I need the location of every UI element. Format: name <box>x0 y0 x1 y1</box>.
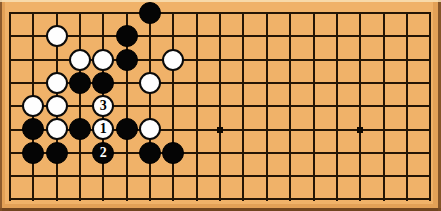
black-stone <box>139 2 161 24</box>
intersection-c19-r2[interactable] <box>419 25 441 48</box>
intersection-c9-r4[interactable] <box>185 71 208 94</box>
black-stone <box>69 118 91 140</box>
intersection-c19-r3[interactable] <box>419 48 441 71</box>
black-stone <box>116 118 138 140</box>
intersection-c5-r7[interactable]: 2 <box>92 141 115 164</box>
intersection-c9-r9[interactable] <box>185 188 208 211</box>
intersection-c4-r3[interactable] <box>68 48 91 71</box>
intersection-c8-r6[interactable] <box>162 118 185 141</box>
intersection-c5-r4[interactable] <box>92 71 115 94</box>
black-stone <box>162 142 184 164</box>
intersection-c10-r6[interactable] <box>208 118 231 141</box>
intersection-c16-r2[interactable] <box>348 25 371 48</box>
intersection-c16-r1[interactable] <box>348 1 371 24</box>
intersection-c2-r1[interactable] <box>22 1 45 24</box>
intersection-c12-r7[interactable] <box>255 141 278 164</box>
intersection-c7-r1[interactable] <box>138 1 161 24</box>
intersection-c4-r1[interactable] <box>68 1 91 24</box>
intersection-c8-r5[interactable] <box>162 95 185 118</box>
intersection-c16-r5[interactable] <box>348 95 371 118</box>
intersection-c12-r1[interactable] <box>255 1 278 24</box>
intersection-c4-r8[interactable] <box>68 164 91 187</box>
intersection-c4-r2[interactable] <box>68 25 91 48</box>
intersection-c13-r4[interactable] <box>278 71 301 94</box>
intersection-c15-r8[interactable] <box>325 164 348 187</box>
intersection-c7-r6[interactable] <box>138 118 161 141</box>
intersection-c15-r3[interactable] <box>325 48 348 71</box>
intersection-c11-r3[interactable] <box>232 48 255 71</box>
black-stone <box>116 25 138 47</box>
intersection-c1-r2[interactable] <box>0 25 22 48</box>
white-stone <box>46 25 68 47</box>
intersection-c3-r3[interactable] <box>45 48 68 71</box>
intersection-c6-r3[interactable] <box>115 48 138 71</box>
intersection-c4-r5[interactable] <box>68 95 91 118</box>
move-2-black-stone: 2 <box>92 142 114 164</box>
intersection-c19-r4[interactable] <box>419 71 441 94</box>
intersection-c3-r8[interactable] <box>45 164 68 187</box>
intersection-c5-r9[interactable] <box>92 188 115 211</box>
intersection-c12-r6[interactable] <box>255 118 278 141</box>
intersection-c6-r9[interactable] <box>115 188 138 211</box>
intersection-c5-r6[interactable]: 1 <box>92 118 115 141</box>
intersection-c4-r9[interactable] <box>68 188 91 211</box>
intersection-c17-r8[interactable] <box>372 164 395 187</box>
board-grid: 312 <box>0 1 441 211</box>
intersection-c10-r8[interactable] <box>208 164 231 187</box>
intersection-c7-r3[interactable] <box>138 48 161 71</box>
intersection-c12-r3[interactable] <box>255 48 278 71</box>
intersection-c5-r3[interactable] <box>92 48 115 71</box>
intersection-c7-r7[interactable] <box>138 141 161 164</box>
intersection-c1-r9[interactable] <box>0 188 22 211</box>
black-stone <box>22 142 44 164</box>
intersection-c11-r8[interactable] <box>232 164 255 187</box>
black-stone <box>92 72 114 94</box>
intersection-c7-r4[interactable] <box>138 71 161 94</box>
intersection-c12-r2[interactable] <box>255 25 278 48</box>
intersection-c11-r5[interactable] <box>232 95 255 118</box>
intersection-c10-r7[interactable] <box>208 141 231 164</box>
black-stone <box>139 142 161 164</box>
intersection-c3-r7[interactable] <box>45 141 68 164</box>
intersection-c5-r1[interactable] <box>92 1 115 24</box>
intersection-c6-r7[interactable] <box>115 141 138 164</box>
intersection-c15-r9[interactable] <box>325 188 348 211</box>
intersection-c3-r4[interactable] <box>45 71 68 94</box>
intersection-c8-r4[interactable] <box>162 71 185 94</box>
intersection-c9-r5[interactable] <box>185 95 208 118</box>
intersection-c2-r4[interactable] <box>22 71 45 94</box>
intersection-c12-r4[interactable] <box>255 71 278 94</box>
go-diagram: 312 <box>0 0 441 211</box>
intersection-c3-r9[interactable] <box>45 188 68 211</box>
intersection-c18-r8[interactable] <box>395 164 418 187</box>
intersection-c12-r8[interactable] <box>255 164 278 187</box>
white-stone <box>92 49 114 71</box>
move-1-white-stone: 1 <box>92 118 114 140</box>
intersection-c13-r5[interactable] <box>278 95 301 118</box>
black-stone <box>46 142 68 164</box>
intersection-c14-r1[interactable] <box>302 1 325 24</box>
intersection-c1-r7[interactable] <box>0 141 22 164</box>
black-stone <box>116 49 138 71</box>
intersection-c17-r6[interactable] <box>372 118 395 141</box>
intersection-c10-r4[interactable] <box>208 71 231 94</box>
intersection-c16-r7[interactable] <box>348 141 371 164</box>
intersection-c19-r6[interactable] <box>419 118 441 141</box>
intersection-c16-r8[interactable] <box>348 164 371 187</box>
intersection-c18-r9[interactable] <box>395 188 418 211</box>
intersection-c6-r8[interactable] <box>115 164 138 187</box>
intersection-c16-r4[interactable] <box>348 71 371 94</box>
intersection-c19-r1[interactable] <box>419 1 441 24</box>
board-surface: 312 <box>5 2 433 204</box>
intersection-c6-r2[interactable] <box>115 25 138 48</box>
white-stone <box>46 118 68 140</box>
move-3-white-stone: 3 <box>92 95 114 117</box>
intersection-c15-r7[interactable] <box>325 141 348 164</box>
intersection-c14-r2[interactable] <box>302 25 325 48</box>
intersection-c16-r9[interactable] <box>348 188 371 211</box>
intersection-c15-r6[interactable] <box>325 118 348 141</box>
intersection-c7-r5[interactable] <box>138 95 161 118</box>
black-stone <box>22 118 44 140</box>
intersection-c17-r3[interactable] <box>372 48 395 71</box>
intersection-c18-r3[interactable] <box>395 48 418 71</box>
intersection-c4-r6[interactable] <box>68 118 91 141</box>
intersection-c14-r3[interactable] <box>302 48 325 71</box>
intersection-c18-r6[interactable] <box>395 118 418 141</box>
intersection-c15-r5[interactable] <box>325 95 348 118</box>
intersection-c16-r6[interactable] <box>348 118 371 141</box>
intersection-c18-r2[interactable] <box>395 25 418 48</box>
intersection-c7-r2[interactable] <box>138 25 161 48</box>
intersection-c10-r1[interactable] <box>208 1 231 24</box>
intersection-c10-r2[interactable] <box>208 25 231 48</box>
white-stone <box>46 95 68 117</box>
intersection-c13-r1[interactable] <box>278 1 301 24</box>
intersection-c6-r1[interactable] <box>115 1 138 24</box>
intersection-c17-r9[interactable] <box>372 188 395 211</box>
intersection-c1-r8[interactable] <box>0 164 22 187</box>
intersection-c13-r7[interactable] <box>278 141 301 164</box>
intersection-c1-r6[interactable] <box>0 118 22 141</box>
intersection-c14-r9[interactable] <box>302 188 325 211</box>
intersection-c10-r3[interactable] <box>208 48 231 71</box>
intersection-c3-r6[interactable] <box>45 118 68 141</box>
intersection-c8-r9[interactable] <box>162 188 185 211</box>
intersection-c19-r9[interactable] <box>419 188 441 211</box>
intersection-c13-r6[interactable] <box>278 118 301 141</box>
intersection-c13-r9[interactable] <box>278 188 301 211</box>
intersection-c6-r6[interactable] <box>115 118 138 141</box>
white-stone <box>162 49 184 71</box>
intersection-c15-r4[interactable] <box>325 71 348 94</box>
intersection-c12-r5[interactable] <box>255 95 278 118</box>
intersection-c2-r2[interactable] <box>22 25 45 48</box>
intersection-c18-r1[interactable] <box>395 1 418 24</box>
intersection-c8-r3[interactable] <box>162 48 185 71</box>
intersection-c3-r2[interactable] <box>45 25 68 48</box>
intersection-c4-r4[interactable] <box>68 71 91 94</box>
black-stone <box>69 72 91 94</box>
intersection-c8-r8[interactable] <box>162 164 185 187</box>
intersection-c7-r9[interactable] <box>138 188 161 211</box>
white-stone <box>22 95 44 117</box>
intersection-c19-r8[interactable] <box>419 164 441 187</box>
intersection-c9-r7[interactable] <box>185 141 208 164</box>
intersection-c17-r4[interactable] <box>372 71 395 94</box>
intersection-c10-r5[interactable] <box>208 95 231 118</box>
intersection-c2-r6[interactable] <box>22 118 45 141</box>
intersection-c11-r2[interactable] <box>232 25 255 48</box>
intersection-c9-r6[interactable] <box>185 118 208 141</box>
intersection-c3-r5[interactable] <box>45 95 68 118</box>
intersection-c5-r8[interactable] <box>92 164 115 187</box>
intersection-c6-r4[interactable] <box>115 71 138 94</box>
intersection-c2-r8[interactable] <box>22 164 45 187</box>
intersection-c9-r3[interactable] <box>185 48 208 71</box>
intersection-c14-r5[interactable] <box>302 95 325 118</box>
intersection-c11-r1[interactable] <box>232 1 255 24</box>
intersection-c14-r6[interactable] <box>302 118 325 141</box>
intersection-c1-r3[interactable] <box>0 48 22 71</box>
white-stone <box>139 118 161 140</box>
intersection-c2-r3[interactable] <box>22 48 45 71</box>
intersection-c11-r9[interactable] <box>232 188 255 211</box>
intersection-c17-r1[interactable] <box>372 1 395 24</box>
intersection-c16-r3[interactable] <box>348 48 371 71</box>
intersection-c14-r4[interactable] <box>302 71 325 94</box>
intersection-c2-r7[interactable] <box>22 141 45 164</box>
intersection-c18-r7[interactable] <box>395 141 418 164</box>
intersection-c5-r2[interactable] <box>92 25 115 48</box>
intersection-c10-r9[interactable] <box>208 188 231 211</box>
intersection-c9-r8[interactable] <box>185 164 208 187</box>
intersection-c2-r5[interactable] <box>22 95 45 118</box>
intersection-c8-r2[interactable] <box>162 25 185 48</box>
intersection-c18-r4[interactable] <box>395 71 418 94</box>
white-stone <box>139 72 161 94</box>
intersection-c9-r1[interactable] <box>185 1 208 24</box>
intersection-c5-r5[interactable]: 3 <box>92 95 115 118</box>
intersection-c7-r8[interactable] <box>138 164 161 187</box>
intersection-c8-r7[interactable] <box>162 141 185 164</box>
intersection-c14-r7[interactable] <box>302 141 325 164</box>
intersection-c2-r9[interactable] <box>22 188 45 211</box>
intersection-c13-r3[interactable] <box>278 48 301 71</box>
white-stone <box>46 72 68 94</box>
intersection-c12-r9[interactable] <box>255 188 278 211</box>
intersection-c17-r5[interactable] <box>372 95 395 118</box>
intersection-c14-r8[interactable] <box>302 164 325 187</box>
intersection-c11-r4[interactable] <box>232 71 255 94</box>
intersection-c1-r1[interactable] <box>0 1 22 24</box>
intersection-c9-r2[interactable] <box>185 25 208 48</box>
intersection-c13-r8[interactable] <box>278 164 301 187</box>
intersection-c8-r1[interactable] <box>162 1 185 24</box>
intersection-c1-r5[interactable] <box>0 95 22 118</box>
intersection-c4-r7[interactable] <box>68 141 91 164</box>
intersection-c6-r5[interactable] <box>115 95 138 118</box>
intersection-c1-r4[interactable] <box>0 71 22 94</box>
intersection-c17-r2[interactable] <box>372 25 395 48</box>
intersection-c19-r5[interactable] <box>419 95 441 118</box>
intersection-c17-r7[interactable] <box>372 141 395 164</box>
intersection-c11-r7[interactable] <box>232 141 255 164</box>
intersection-c11-r6[interactable] <box>232 118 255 141</box>
intersection-c19-r7[interactable] <box>419 141 441 164</box>
intersection-c3-r1[interactable] <box>45 1 68 24</box>
intersection-c15-r1[interactable] <box>325 1 348 24</box>
intersection-c13-r2[interactable] <box>278 25 301 48</box>
white-stone <box>69 49 91 71</box>
intersection-c18-r5[interactable] <box>395 95 418 118</box>
intersection-c15-r2[interactable] <box>325 25 348 48</box>
